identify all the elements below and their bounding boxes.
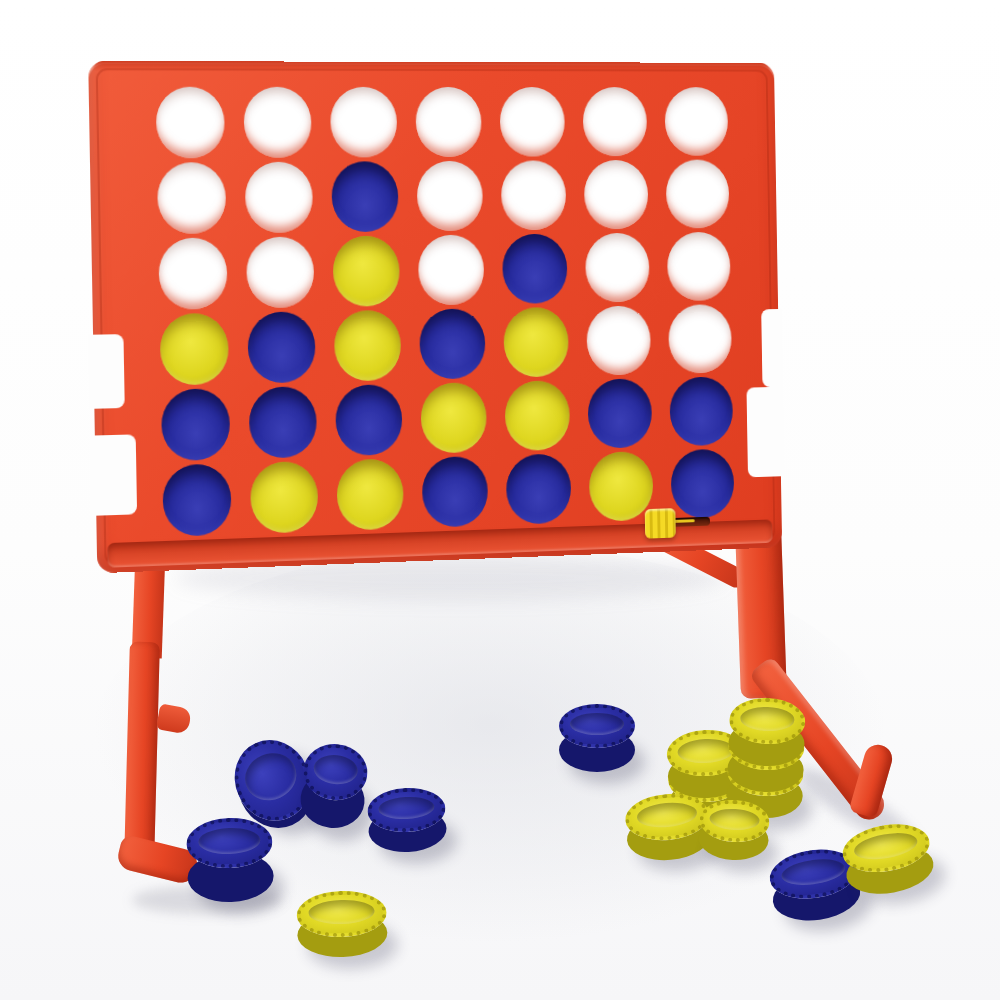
cell-r3-c5-blue-disc [493, 232, 577, 307]
disc-in-hole [587, 378, 652, 449]
empty-hole [243, 87, 312, 158]
cell-r2-c6-empty [575, 158, 658, 232]
empty-hole [668, 304, 732, 374]
cell-r3-c7-empty [658, 230, 740, 304]
empty-hole [245, 162, 314, 234]
disc-in-hole [334, 310, 402, 382]
cell-r3-c3-yellow-disc [323, 233, 410, 309]
disc-in-hole [336, 458, 404, 531]
cell-r5-c3-blue-disc [326, 382, 413, 459]
yellow-disc-layer [698, 798, 770, 844]
cell-r1-c6-empty [574, 85, 657, 158]
cell-r1-c2-empty [234, 85, 322, 160]
empty-hole [417, 161, 484, 232]
cell-r2-c4-empty [408, 159, 494, 234]
disc-in-hole [161, 388, 230, 461]
cell-r2-c1-empty [147, 160, 236, 236]
cell-r3-c2-empty [237, 234, 325, 310]
loose-disc-yellow-12 [839, 818, 937, 900]
loose-disc-yellow-5 [296, 889, 388, 958]
empty-hole [415, 87, 482, 157]
cell-r4-c3-yellow-disc [325, 308, 412, 384]
empty-hole [418, 235, 485, 306]
cell-r6-c3-yellow-disc [327, 456, 414, 533]
cell-r6-c4-blue-disc [413, 453, 498, 530]
disc-in-hole [420, 382, 487, 454]
loose-disc-blue-6 [559, 704, 635, 772]
blue-disc-layer [559, 704, 635, 748]
disc-in-hole [247, 311, 316, 383]
cell-r5-c5-yellow-disc [496, 378, 580, 454]
blue-disc-layer [186, 817, 274, 870]
disc-in-hole [335, 384, 403, 456]
right-edge-notch-upper [761, 309, 783, 387]
yellow-disc-layer [296, 889, 388, 938]
cell-r1-c7-empty [656, 85, 738, 158]
cell-r6-c5-blue-disc [497, 451, 581, 527]
cell-r5-c1-blue-disc [152, 386, 241, 464]
cell-r2-c3-blue-disc [322, 159, 409, 234]
blue-disc-layer [366, 786, 446, 834]
disc-in-hole [250, 461, 318, 534]
empty-hole [664, 87, 728, 156]
disc-in-hole [419, 308, 486, 379]
empty-hole [584, 160, 649, 230]
disc-in-hole [333, 236, 401, 307]
left-edge-notch-upper [88, 334, 125, 409]
disc-in-hole [506, 453, 572, 525]
disc-in-hole [505, 380, 571, 451]
cell-r4-c5-yellow-disc [494, 305, 578, 380]
board-top-lip [92, 61, 770, 73]
cell-r4-c6-empty [577, 303, 660, 378]
scene [0, 0, 1000, 1000]
empty-hole [330, 87, 398, 158]
left-edge-notch-lower [90, 434, 137, 515]
cell-r4-c4-blue-disc [410, 306, 496, 382]
loose-disc-blue-2 [298, 741, 370, 831]
disc-in-hole [502, 234, 568, 304]
cell-r4-c1-yellow-disc [150, 311, 239, 388]
cell-r5-c7-blue-disc [661, 374, 743, 449]
cell-r4-c7-empty [659, 302, 741, 376]
empty-hole [246, 236, 315, 308]
cell-r6-c2-yellow-disc [241, 458, 329, 536]
empty-hole [157, 162, 227, 234]
empty-hole [582, 87, 647, 156]
cell-r5-c2-blue-disc [239, 384, 327, 461]
disc-in-hole [503, 307, 569, 378]
right-edge-notch-lower [746, 387, 784, 478]
empty-hole [499, 87, 565, 157]
disc-in-hole [331, 161, 399, 232]
cell-r4-c2-blue-disc [238, 309, 326, 386]
empty-hole [501, 160, 567, 230]
left-leg-blade [124, 642, 160, 863]
empty-hole [666, 159, 730, 228]
board-grid [146, 85, 744, 540]
disc-in-hole [162, 463, 231, 537]
disc-in-hole [422, 456, 489, 528]
blue-disc-layer [301, 741, 371, 803]
cell-r2-c5-empty [492, 158, 576, 232]
cell-r5-c6-blue-disc [579, 376, 662, 451]
cell-r3-c6-empty [576, 231, 659, 305]
loose-disc-yellow-10 [697, 798, 770, 862]
cell-r3-c1-empty [149, 235, 238, 312]
cell-r1-c1-empty [146, 85, 235, 161]
cell-r2-c2-empty [235, 160, 323, 236]
slider-tab [645, 508, 676, 539]
cell-r3-c4-empty [409, 232, 495, 307]
cell-r1-c4-empty [406, 85, 492, 159]
cell-r1-c5-empty [491, 85, 575, 159]
loose-disc-blue-3 [186, 817, 275, 904]
empty-hole [156, 87, 226, 159]
loose-disc-blue-4 [366, 786, 447, 854]
empty-hole [585, 233, 650, 303]
empty-hole [667, 232, 731, 301]
cell-r2-c7-empty [657, 157, 739, 230]
cell-r6-c1-blue-disc [153, 461, 242, 539]
disc-in-hole [160, 313, 229, 386]
empty-hole [586, 305, 651, 375]
cell-r5-c4-yellow-disc [411, 380, 497, 456]
disc-in-hole [249, 386, 317, 459]
empty-hole [158, 237, 227, 309]
connect-four-board [88, 61, 782, 573]
disc-in-hole [669, 376, 733, 446]
cell-r1-c3-empty [321, 85, 408, 160]
release-slider-latch [645, 505, 714, 543]
